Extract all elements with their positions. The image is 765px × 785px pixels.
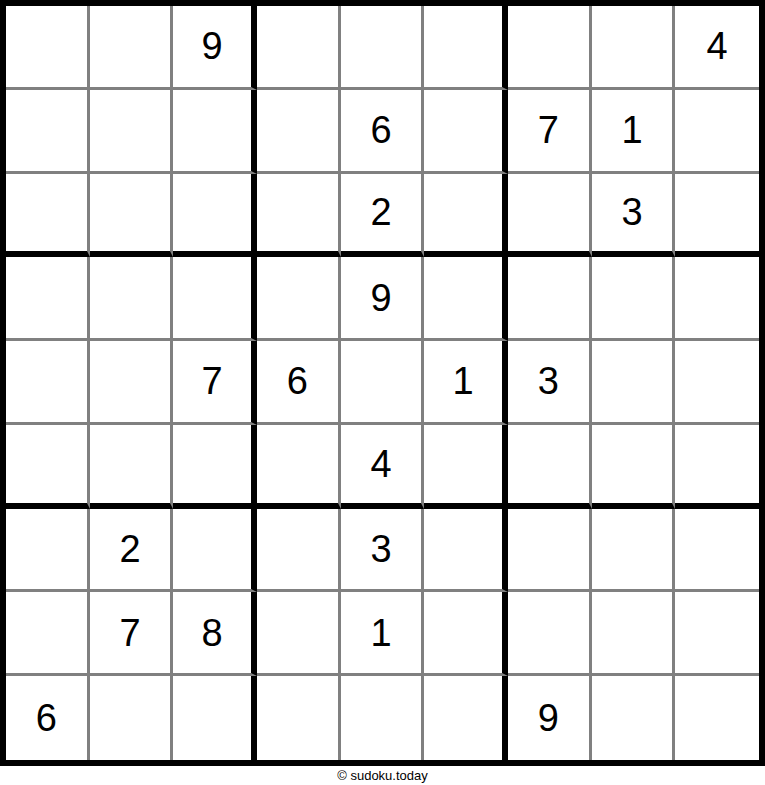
cell-r7c6-empty[interactable]	[424, 509, 508, 593]
cell-r5c8-empty[interactable]	[592, 341, 676, 425]
sudoku-board: 94671239761342378169	[0, 0, 765, 766]
cell-r2c9-empty[interactable]	[675, 90, 759, 174]
cell-r9c8-empty[interactable]	[592, 676, 676, 760]
cell-r2c2-empty[interactable]	[90, 90, 174, 174]
cell-r3c5-given[interactable]: 2	[341, 174, 425, 258]
sudoku-page: 94671239761342378169 © sudoku.today	[0, 0, 765, 785]
cell-r1c2-empty[interactable]	[90, 6, 174, 90]
cell-r8c1-empty[interactable]	[6, 592, 90, 676]
cell-r1c1-empty[interactable]	[6, 6, 90, 90]
cell-r9c1-given[interactable]: 6	[6, 676, 90, 760]
cell-r1c9-given[interactable]: 4	[675, 6, 759, 90]
cell-r7c8-empty[interactable]	[592, 509, 676, 593]
cell-r7c2-given[interactable]: 2	[90, 509, 174, 593]
cell-r7c1-empty[interactable]	[6, 509, 90, 593]
cell-r5c1-empty[interactable]	[6, 341, 90, 425]
cell-r9c6-empty[interactable]	[424, 676, 508, 760]
cell-r1c3-given[interactable]: 9	[173, 6, 257, 90]
attribution: © sudoku.today	[0, 766, 765, 785]
cell-r4c3-empty[interactable]	[173, 257, 257, 341]
cell-r1c4-empty[interactable]	[257, 6, 341, 90]
cell-r8c4-empty[interactable]	[257, 592, 341, 676]
cell-r9c7-given[interactable]: 9	[508, 676, 592, 760]
cell-r6c2-empty[interactable]	[90, 425, 174, 509]
cell-r1c5-empty[interactable]	[341, 6, 425, 90]
cell-r6c4-empty[interactable]	[257, 425, 341, 509]
cell-r3c8-given[interactable]: 3	[592, 174, 676, 258]
cell-r5c4-given[interactable]: 6	[257, 341, 341, 425]
cell-r5c6-given[interactable]: 1	[424, 341, 508, 425]
cell-r4c9-empty[interactable]	[675, 257, 759, 341]
cell-r6c7-empty[interactable]	[508, 425, 592, 509]
cell-r9c9-empty[interactable]	[675, 676, 759, 760]
cell-r8c5-given[interactable]: 1	[341, 592, 425, 676]
cell-r8c8-empty[interactable]	[592, 592, 676, 676]
cell-r8c7-empty[interactable]	[508, 592, 592, 676]
cell-r5c3-given[interactable]: 7	[173, 341, 257, 425]
cell-r4c2-empty[interactable]	[90, 257, 174, 341]
cell-r5c7-given[interactable]: 3	[508, 341, 592, 425]
cell-r6c5-given[interactable]: 4	[341, 425, 425, 509]
cell-r2c7-given[interactable]: 7	[508, 90, 592, 174]
cell-r6c6-empty[interactable]	[424, 425, 508, 509]
cell-r8c2-given[interactable]: 7	[90, 592, 174, 676]
cell-r2c8-given[interactable]: 1	[592, 90, 676, 174]
cell-r5c5-empty[interactable]	[341, 341, 425, 425]
cell-r1c7-empty[interactable]	[508, 6, 592, 90]
cell-r4c1-empty[interactable]	[6, 257, 90, 341]
cell-r7c3-empty[interactable]	[173, 509, 257, 593]
cell-r7c4-empty[interactable]	[257, 509, 341, 593]
cell-r9c5-empty[interactable]	[341, 676, 425, 760]
cell-r8c6-empty[interactable]	[424, 592, 508, 676]
cell-r2c4-empty[interactable]	[257, 90, 341, 174]
cell-r4c5-given[interactable]: 9	[341, 257, 425, 341]
cell-r4c8-empty[interactable]	[592, 257, 676, 341]
cell-r3c1-empty[interactable]	[6, 174, 90, 258]
cell-r9c2-empty[interactable]	[90, 676, 174, 760]
cell-r1c8-empty[interactable]	[592, 6, 676, 90]
cell-r3c2-empty[interactable]	[90, 174, 174, 258]
cell-r4c6-empty[interactable]	[424, 257, 508, 341]
cell-r8c9-empty[interactable]	[675, 592, 759, 676]
cell-r1c6-empty[interactable]	[424, 6, 508, 90]
cell-r2c3-empty[interactable]	[173, 90, 257, 174]
cell-r2c1-empty[interactable]	[6, 90, 90, 174]
cell-r7c5-given[interactable]: 3	[341, 509, 425, 593]
cell-r6c1-empty[interactable]	[6, 425, 90, 509]
cell-r4c4-empty[interactable]	[257, 257, 341, 341]
cell-r2c6-empty[interactable]	[424, 90, 508, 174]
cell-r6c3-empty[interactable]	[173, 425, 257, 509]
cell-r7c7-empty[interactable]	[508, 509, 592, 593]
cell-r9c4-empty[interactable]	[257, 676, 341, 760]
cell-r9c3-empty[interactable]	[173, 676, 257, 760]
cell-r6c8-empty[interactable]	[592, 425, 676, 509]
cell-r5c9-empty[interactable]	[675, 341, 759, 425]
cell-r3c4-empty[interactable]	[257, 174, 341, 258]
cell-r3c7-empty[interactable]	[508, 174, 592, 258]
cell-r2c5-given[interactable]: 6	[341, 90, 425, 174]
cell-r6c9-empty[interactable]	[675, 425, 759, 509]
cell-r3c3-empty[interactable]	[173, 174, 257, 258]
cell-r3c6-empty[interactable]	[424, 174, 508, 258]
cell-r5c2-empty[interactable]	[90, 341, 174, 425]
cell-r8c3-given[interactable]: 8	[173, 592, 257, 676]
cell-r3c9-empty[interactable]	[675, 174, 759, 258]
cell-r4c7-empty[interactable]	[508, 257, 592, 341]
cell-r7c9-empty[interactable]	[675, 509, 759, 593]
